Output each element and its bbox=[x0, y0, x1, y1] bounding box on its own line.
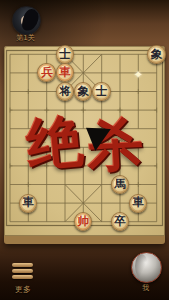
sparkle-icon: ✦ bbox=[134, 69, 142, 80]
piece-black-車[interactable]: 車 bbox=[19, 194, 37, 213]
piece-red-帅[interactable]: 帅 bbox=[74, 212, 92, 231]
hamburger-icon bbox=[12, 263, 33, 267]
piece-black-将[interactable]: 将 bbox=[56, 82, 74, 101]
piece-red-車[interactable]: 車 bbox=[56, 63, 74, 82]
piece-black-車[interactable]: 車 bbox=[129, 194, 147, 213]
app-screen: 第1关 楚河 汉界 士象兵車将象士馬車車卒帅 ✦ 绝杀 更多 我 bbox=[0, 0, 169, 300]
piece-black-士[interactable]: 士 bbox=[56, 45, 74, 64]
me-avatar[interactable] bbox=[131, 252, 162, 283]
more-label: 更多 bbox=[12, 284, 34, 295]
piece-red-兵[interactable]: 兵 bbox=[37, 63, 55, 82]
level-label: 第1关 bbox=[12, 33, 39, 43]
piece-black-象[interactable]: 象 bbox=[147, 45, 165, 64]
piece-black-馬[interactable]: 馬 bbox=[111, 175, 129, 194]
player-avatar[interactable] bbox=[12, 6, 41, 35]
piece-black-象[interactable]: 象 bbox=[74, 82, 92, 101]
piece-black-卒[interactable]: 卒 bbox=[111, 212, 129, 231]
me-label: 我 bbox=[131, 283, 160, 293]
piece-black-士[interactable]: 士 bbox=[92, 82, 110, 101]
more-button[interactable] bbox=[12, 263, 34, 282]
